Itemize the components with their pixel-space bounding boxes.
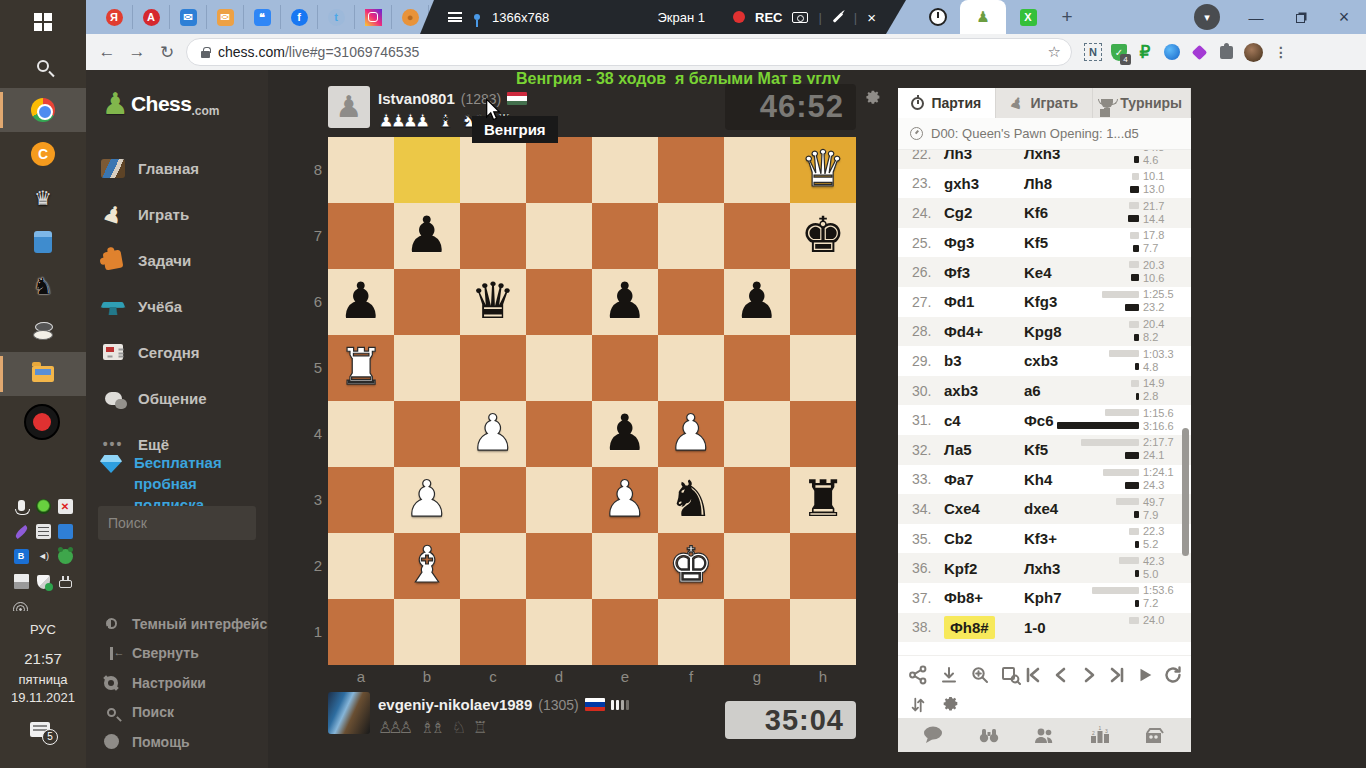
opening-name: D00: Queen's Pawn Opening: 1...d5: [931, 126, 1139, 141]
file-label-d: d: [526, 668, 592, 685]
white-move[interactable]: gxh3: [944, 175, 1024, 192]
chat-icon[interactable]: [922, 724, 946, 746]
notion-extension-icon[interactable]: N: [1084, 43, 1102, 61]
square-c1[interactable]: [460, 599, 526, 665]
games-box-icon[interactable]: [1143, 724, 1167, 746]
white-pawn[interactable]: ♟: [394, 467, 460, 533]
move-number: 27.: [912, 294, 944, 310]
chess-board[interactable]: ♛♟♚♟♛♟♟♜♟♟♟♟♟♞♜♝♚: [328, 137, 856, 665]
black-pawn[interactable]: ♟: [394, 203, 460, 269]
collapse-icon: [102, 644, 120, 662]
square-e4[interactable]: ♟: [592, 401, 658, 467]
connection-bars-icon: [611, 700, 629, 710]
opening-clock-icon: [910, 127, 923, 140]
recorder-resolution: 1366x768: [492, 10, 549, 25]
move-number: 22.: [912, 150, 944, 162]
move-number: 33.: [912, 471, 944, 487]
move-list[interactable]: 22.Лh3Лxh334.84.623.gxh3Лh810.113.024.Cg…: [898, 150, 1191, 655]
mail-blue-tab[interactable]: ✉: [170, 5, 207, 29]
help-icon: [102, 733, 120, 751]
people-icon[interactable]: [1032, 724, 1056, 746]
move-row: 33.Фа7Kh41:24.124.3: [898, 465, 1191, 495]
lock-icon[interactable]: [201, 51, 210, 58]
square-f7[interactable]: [658, 203, 724, 269]
user-chevron-icon[interactable]: ▾: [1194, 4, 1220, 30]
move-number: 38.: [912, 619, 944, 635]
white-bishop[interactable]: ♝: [394, 533, 460, 599]
rank-labels: 87654321: [304, 137, 322, 665]
square-d7[interactable]: [526, 203, 592, 269]
reload-button[interactable]: ↻: [152, 42, 182, 63]
chesscom-pawn-favicon: ♟: [976, 8, 989, 26]
square-h7[interactable]: ♚: [790, 203, 856, 269]
calculator-icon[interactable]: [0, 220, 86, 264]
square-d3[interactable]: [526, 467, 592, 533]
sidebar-item-Сегодня[interactable]: Сегодня: [86, 332, 268, 372]
top-player-name[interactable]: Istvan0801: [378, 90, 455, 107]
prev-move-icon[interactable]: [1049, 664, 1073, 686]
profile-avatar[interactable]: [1244, 43, 1263, 62]
knight-app-icon[interactable]: ♞: [0, 264, 86, 308]
bookmark-star-icon[interactable]: ☆: [1048, 43, 1061, 61]
sidebar-footer-Поиск[interactable]: Поиск: [86, 698, 268, 727]
file-labels: abcdefgh: [328, 668, 856, 685]
black-pawn[interactable]: ♟: [724, 269, 790, 335]
square-a7[interactable]: [328, 203, 394, 269]
captured-piece-group: ♝: [438, 110, 454, 131]
square-g8[interactable]: [724, 137, 790, 203]
square-d1[interactable]: [526, 599, 592, 665]
download-icon[interactable]: [937, 664, 961, 686]
square-b1[interactable]: [394, 599, 460, 665]
move-number: 32.: [912, 442, 944, 458]
yandex-tab[interactable]: Я: [96, 5, 133, 29]
square-e7[interactable]: [592, 203, 658, 269]
close-button[interactable]: ×: [1322, 7, 1366, 28]
recorder-screen-label[interactable]: Экран 1: [657, 10, 705, 25]
move-number: 26.: [912, 264, 944, 280]
checkers-app-icon[interactable]: [0, 308, 86, 352]
facebook-tab[interactable]: f: [281, 5, 318, 29]
puzzle-icon: [100, 247, 126, 273]
app-error-icon[interactable]: ✕: [58, 499, 73, 514]
square-g3[interactable]: [724, 467, 790, 533]
flip-board-icon[interactable]: [906, 694, 930, 716]
recorder-close-icon[interactable]: ×: [867, 9, 876, 26]
bottom-player-name[interactable]: evgeniy-nikolaev1989: [378, 696, 532, 713]
gear-icon: [102, 674, 120, 692]
theme-icon: [102, 615, 120, 633]
square-e6[interactable]: ♟: [592, 269, 658, 335]
white-move[interactable]: Cg2: [944, 204, 1024, 221]
move-number: 36.: [912, 560, 944, 576]
win-app-icon[interactable]: [14, 574, 29, 589]
rec-dot-icon: [733, 11, 745, 23]
move-row: 30.axb3a614.92.8: [898, 376, 1191, 406]
hungary-flag-icon[interactable]: [507, 92, 527, 105]
notification-badge: 5: [42, 729, 58, 745]
learn-icon: [100, 293, 126, 319]
volume-icon[interactable]: ◄): [36, 549, 51, 564]
square-d8[interactable]: [526, 137, 592, 203]
mail-orange-tab[interactable]: ✉: [207, 5, 244, 29]
screenshot-camera-icon[interactable]: [792, 12, 808, 23]
rank-label-5: 5: [304, 335, 322, 401]
bottom-player-clock: 35:04: [725, 701, 856, 739]
file-label-g: g: [724, 668, 790, 685]
restore-button[interactable]: [1278, 9, 1322, 26]
square-d5[interactable]: [526, 335, 592, 401]
square-a4[interactable]: [328, 401, 394, 467]
square-c8[interactable]: [460, 137, 526, 203]
black-king[interactable]: ♚: [790, 203, 856, 269]
square-c6[interactable]: ♛: [460, 269, 526, 335]
svg-text:3: 3: [1105, 728, 1108, 734]
instagram-tab[interactable]: [355, 5, 392, 29]
russia-flag-icon[interactable]: [585, 698, 605, 711]
move-number: 30.: [912, 383, 944, 399]
move-row: 35.Cb2Kf3+22.35.2: [898, 524, 1191, 554]
square-a6[interactable]: ♟: [328, 269, 394, 335]
forward-button[interactable]: →: [122, 42, 152, 62]
black-pawn[interactable]: ♟: [328, 269, 394, 335]
square-h5[interactable]: [790, 335, 856, 401]
chesscom-page: ♟ Chess .com Главная♟ИгратьЗадачиУчёбаСе…: [86, 70, 1366, 768]
move-number: 25.: [912, 235, 944, 251]
square-a3[interactable]: [328, 467, 394, 533]
windows-taskbar: C♛♞ ✕B◄) РУС 21:57 пятница 19.11.2021 5: [0, 0, 86, 768]
messenger-tab[interactable]: ❝: [244, 5, 281, 29]
sidebar-item-Играть[interactable]: ♟Играть: [86, 194, 268, 234]
square-h4[interactable]: [790, 401, 856, 467]
white-move[interactable]: axb3: [944, 382, 1024, 399]
square-f4[interactable]: ♟: [658, 401, 724, 467]
captured-piece-group: ♙♙♙: [378, 718, 413, 737]
recorder-menu-icon[interactable]: [448, 12, 462, 22]
square-h6[interactable]: [790, 269, 856, 335]
square-a2[interactable]: [328, 533, 394, 599]
play-hand-icon: ♟: [100, 201, 126, 227]
panel-tabs: Партия♟ИгратьТурниры: [898, 88, 1191, 118]
sidebar-footer-Помощь[interactable]: Помощь: [86, 727, 268, 756]
white-move[interactable]: Kpf2: [944, 560, 1024, 577]
move-row: 29.b3cxb31:03.34.8: [898, 346, 1191, 376]
adblock-badge: 4: [1120, 54, 1131, 65]
zoom-icon[interactable]: [968, 664, 992, 686]
move-row: 38.Фh8#1-024.0: [898, 613, 1191, 643]
white-move[interactable]: Фh8#: [944, 619, 1024, 636]
board-search-icon[interactable]: [999, 664, 1023, 686]
square-e2[interactable]: [592, 533, 658, 599]
square-b6[interactable]: [394, 269, 460, 335]
square-g4[interactable]: [724, 401, 790, 467]
clock-date: 19.11.2021: [0, 690, 86, 705]
search-button[interactable]: [0, 44, 86, 88]
home-icon: [100, 155, 126, 181]
captured-pieces-bottom: ♙♙♙♗♗♘♖: [378, 718, 487, 737]
square-c5[interactable]: [460, 335, 526, 401]
white-move[interactable]: Фd4+: [944, 323, 1024, 340]
top-player-row: Istvan0801 (1283): [378, 90, 527, 107]
square-d6[interactable]: [526, 269, 592, 335]
start-button[interactable]: [0, 0, 86, 44]
move-row: 24.Cg2Kf621.714.4: [898, 198, 1191, 228]
white-pawn[interactable]: ♟: [658, 401, 724, 467]
system-tray: ✕B◄): [10, 494, 80, 619]
binoculars-icon[interactable]: [977, 724, 1001, 746]
black-pawn[interactable]: ♟: [592, 401, 658, 467]
move-number: 28.: [912, 323, 944, 339]
square-b2[interactable]: ♝: [394, 533, 460, 599]
white-pawn[interactable]: ♟: [460, 401, 526, 467]
refresh-icon[interactable]: [1161, 664, 1185, 686]
square-f6[interactable]: [658, 269, 724, 335]
square-g1[interactable]: [724, 599, 790, 665]
tab-strip: ЯA✉✉❝ft● 1366x768 Экран 1 REC | | × ♟ X …: [86, 0, 1366, 34]
purple-extension-icon[interactable]: [1190, 43, 1208, 61]
wifi-icon[interactable]: [13, 602, 29, 611]
opening-name-bar[interactable]: D00: Queen's Pawn Opening: 1...d5: [898, 118, 1191, 150]
rank-label-2: 2: [304, 533, 322, 599]
rank-label-4: 4: [304, 401, 322, 467]
back-button[interactable]: ←: [92, 42, 122, 62]
square-d4[interactable]: [526, 401, 592, 467]
bluetooth-icon[interactable]: B: [14, 549, 29, 564]
minimize-button[interactable]: —: [1234, 9, 1278, 26]
avatar-bottom-player[interactable]: [328, 692, 370, 734]
extensions-puzzle-icon[interactable]: [1217, 43, 1235, 61]
square-g6[interactable]: ♟: [724, 269, 790, 335]
captured-piece-group: ♟♟♟♟: [378, 110, 431, 131]
clock-weekday: пятница: [0, 672, 86, 687]
logo-pawn-icon: ♟: [102, 86, 129, 121]
square-e3[interactable]: ♟: [592, 467, 658, 533]
white-move[interactable]: Фb8+: [944, 589, 1024, 606]
white-rook[interactable]: ♜: [328, 335, 394, 401]
white-move[interactable]: Фg3: [944, 234, 1024, 251]
black-rook[interactable]: ♜: [790, 467, 856, 533]
square-e5[interactable]: [592, 335, 658, 401]
move-number: 31.: [912, 412, 944, 428]
white-king[interactable]: ♚: [658, 533, 724, 599]
square-g7[interactable]: [724, 203, 790, 269]
pinned-tabs[interactable]: ЯA✉✉❝ft●: [96, 5, 429, 29]
black-knight[interactable]: ♞: [658, 467, 724, 533]
folder-icon[interactable]: [0, 352, 86, 396]
file-label-e: e: [592, 668, 658, 685]
file-label-c: c: [460, 668, 526, 685]
square-b3[interactable]: ♟: [394, 467, 460, 533]
rec-label: REC: [755, 10, 782, 25]
white-queen[interactable]: ♛: [790, 137, 856, 203]
bottom-player-rating: (1305): [538, 697, 578, 713]
recorder-pin-icon[interactable]: [474, 14, 480, 20]
square-g5[interactable]: [724, 335, 790, 401]
captured-piece-group: ♘: [452, 718, 466, 737]
square-c2[interactable]: [460, 533, 526, 599]
white-move[interactable]: c4: [944, 412, 1024, 429]
rank-label-3: 3: [304, 467, 322, 533]
tab-chesscom-active[interactable]: ♟: [960, 0, 1006, 34]
feather-icon[interactable]: [13, 524, 28, 538]
square-b8[interactable]: [394, 137, 460, 203]
square-c3[interactable]: [460, 467, 526, 533]
sidebar-search-input[interactable]: [98, 506, 256, 540]
move-row: 37.Фb8+Kph71:53.67.2: [898, 583, 1191, 613]
rank-label-6: 6: [304, 269, 322, 335]
last-move-icon[interactable]: [1105, 664, 1129, 686]
bear-icon[interactable]: [58, 549, 73, 564]
sidebar-footer-Темный интерфейс[interactable]: Темный интерфейс: [86, 609, 268, 638]
square-h1[interactable]: [790, 599, 856, 665]
panel-tab-Турниры[interactable]: Турниры: [1093, 88, 1191, 118]
board-settings-gear-icon[interactable]: [864, 90, 882, 112]
white-move[interactable]: Фf3: [944, 264, 1024, 281]
next-move-icon[interactable]: [1077, 664, 1101, 686]
sidebar-item-Учёба[interactable]: Учёба: [86, 286, 268, 326]
bottom-player-row: evgeniy-nikolaev1989 (1305): [378, 696, 629, 713]
panel-tab-Играть[interactable]: ♟Играть: [996, 88, 1094, 118]
square-h8[interactable]: ♛: [790, 137, 856, 203]
chess-app-icon[interactable]: ♛: [0, 176, 86, 220]
address-bar[interactable]: chess.com/live#g=31069746535 ☆: [186, 38, 1072, 66]
cryptotab-icon[interactable]: C: [0, 132, 86, 176]
microphone-icon[interactable]: [18, 500, 25, 511]
move-row: 28.Фd4+Kpg820.48.2: [898, 317, 1191, 347]
green-x-favicon: X: [1020, 9, 1037, 26]
first-move-icon[interactable]: [1021, 664, 1045, 686]
square-b5[interactable]: [394, 335, 460, 401]
play-icon[interactable]: [1133, 664, 1157, 686]
avatar-top-player[interactable]: ♟: [328, 86, 370, 128]
settings-gear-icon[interactable]: [938, 694, 962, 716]
sidebar-item-Общение[interactable]: Общение: [86, 378, 268, 418]
browser-menu-icon[interactable]: ⋮: [1272, 43, 1290, 61]
sidebar-footer-Настройки[interactable]: Настройки: [86, 668, 268, 697]
rank-label-7: 7: [304, 203, 322, 269]
square-f5[interactable]: [658, 335, 724, 401]
stopwatch-icon: [911, 97, 924, 110]
language-indicator[interactable]: РУС: [0, 622, 86, 637]
leaderboard-icon[interactable]: 123: [1088, 724, 1112, 746]
white-move[interactable]: Cb2: [944, 530, 1024, 547]
square-b4[interactable]: [394, 401, 460, 467]
square-e8[interactable]: [592, 137, 658, 203]
move-list-scrollbar[interactable]: [1182, 428, 1189, 556]
white-move[interactable]: Фа7: [944, 471, 1024, 488]
square-f3[interactable]: ♞: [658, 467, 724, 533]
white-pawn[interactable]: ♟: [592, 467, 658, 533]
move-row: 32.Ла5Kf52:17.724.1: [898, 435, 1191, 465]
captured-piece-group: ♗♗: [420, 718, 445, 737]
record-dot-icon[interactable]: [36, 499, 51, 514]
rank-label-1: 1: [304, 599, 322, 665]
sidebar-footer-Свернуть[interactable]: Свернуть: [86, 639, 268, 668]
file-label-f: f: [658, 668, 724, 685]
white-move[interactable]: Ла5: [944, 441, 1024, 458]
white-move[interactable]: b3: [944, 352, 1024, 369]
move-number: 34.: [912, 501, 944, 517]
browser-window: ЯA✉✉❝ft● 1366x768 Экран 1 REC | | × ♟ X …: [86, 0, 1366, 768]
tab-green-x[interactable]: X: [1008, 0, 1048, 34]
annotate-pencil-icon[interactable]: [833, 12, 844, 23]
diamond-icon: [100, 455, 122, 473]
square-d2[interactable]: [526, 533, 592, 599]
white-move[interactable]: Лh3: [944, 150, 1024, 162]
white-move[interactable]: Cxe4: [944, 500, 1024, 517]
move-row: 36.Kpf2Лxh342.35.0: [898, 553, 1191, 583]
square-f1[interactable]: [658, 599, 724, 665]
black-pawn[interactable]: ♟: [592, 269, 658, 335]
svg-text:2: 2: [1092, 730, 1095, 736]
move-row: 25.Фg3Kf517.87.7: [898, 228, 1191, 258]
chrome-icon[interactable]: [0, 88, 86, 132]
hand-pawn-icon: ♟: [1007, 92, 1025, 113]
white-move[interactable]: Фd1: [944, 293, 1024, 310]
square-c7[interactable]: [460, 203, 526, 269]
chesscom-tab[interactable]: ●: [392, 5, 429, 29]
square-a5[interactable]: ♜: [328, 335, 394, 401]
move-number: 23.: [912, 175, 944, 191]
tab-timer[interactable]: [918, 0, 958, 34]
move-number: 24.: [912, 205, 944, 221]
square-a8[interactable]: [328, 137, 394, 203]
notifications-icon[interactable]: 5: [30, 722, 50, 737]
panel-controls: [898, 655, 1191, 718]
screen-recorder-toolbar: 1366x768 Экран 1 REC | | ×: [420, 0, 906, 34]
blue-extension-icon[interactable]: [1163, 43, 1181, 61]
square-f2[interactable]: ♚: [658, 533, 724, 599]
square-g2[interactable]: [724, 533, 790, 599]
chat-bubbles-icon: [100, 385, 126, 411]
square-h3[interactable]: ♜: [790, 467, 856, 533]
mouse-cursor: [484, 98, 502, 126]
sidebar-item-Главная[interactable]: Главная: [86, 148, 268, 188]
square-e1[interactable]: [592, 599, 658, 665]
square-c4[interactable]: ♟: [460, 401, 526, 467]
svg-text:1: 1: [1098, 725, 1101, 731]
new-tab-button[interactable]: +: [1052, 0, 1082, 34]
ruble-extension-icon[interactable]: ₽: [1136, 43, 1154, 61]
move-row: 31.c4Фc61:15.63:16.6: [898, 405, 1191, 435]
panel-tab-Партия[interactable]: Партия: [898, 88, 996, 118]
sliders-icon[interactable]: [36, 524, 51, 539]
twitter-tab[interactable]: t: [318, 5, 355, 29]
clock-time: 21:57: [0, 650, 86, 667]
captured-piece-group: ♖: [473, 718, 487, 737]
move-number: 35.: [912, 531, 944, 547]
chesscom-logo[interactable]: ♟ Chess .com: [102, 86, 219, 121]
record-button[interactable]: [24, 404, 60, 440]
black-queen[interactable]: ♛: [460, 269, 526, 335]
square-a1[interactable]: [328, 599, 394, 665]
power-icon[interactable]: [59, 580, 72, 588]
adblock-shield-icon[interactable]: ✓4: [1111, 44, 1127, 61]
file-label-a: a: [328, 668, 394, 685]
game-panel: Партия♟ИгратьТурниры D00: Queen's Pawn O…: [898, 88, 1191, 752]
sidebar-item-Задачи[interactable]: Задачи: [86, 240, 268, 280]
defender-icon[interactable]: [37, 575, 50, 589]
red-a-tab[interactable]: A: [133, 5, 170, 29]
square-h2[interactable]: [790, 533, 856, 599]
browser-toolbar: ← → ↻ chess.com/live#g=31069746535 ☆ N ✓…: [86, 34, 1366, 70]
move-number: 37.: [912, 590, 944, 606]
share-icon[interactable]: [906, 664, 930, 686]
blue-app-icon[interactable]: [58, 524, 73, 539]
chesscom-sidebar: ♟ Chess .com Главная♟ИгратьЗадачиУчёбаСе…: [86, 70, 268, 768]
square-b7[interactable]: ♟: [394, 203, 460, 269]
square-f8[interactable]: [658, 137, 724, 203]
